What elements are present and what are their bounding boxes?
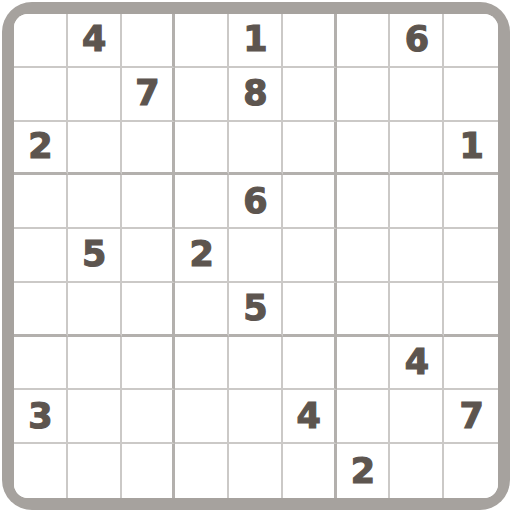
cell-r9c2-empty[interactable] xyxy=(68,444,122,498)
cell-r2c7-empty[interactable] xyxy=(337,68,391,122)
cell-r7c9-empty[interactable] xyxy=(444,337,498,391)
cell-r7c4-empty[interactable] xyxy=(175,337,229,391)
cell-r6c7-empty[interactable] xyxy=(337,283,391,337)
cell-r8c7-empty[interactable] xyxy=(337,390,391,444)
cell-r2c8-empty[interactable] xyxy=(390,68,444,122)
cell-r8c6-given-4: 4 xyxy=(283,390,337,444)
cell-r2c1-empty[interactable] xyxy=(14,68,68,122)
cell-r1c9-empty[interactable] xyxy=(444,14,498,68)
cell-r3c2-empty[interactable] xyxy=(68,122,122,176)
cell-r1c7-empty[interactable] xyxy=(337,14,391,68)
cell-r4c4-empty[interactable] xyxy=(175,175,229,229)
cell-r9c4-empty[interactable] xyxy=(175,444,229,498)
cell-r4c5-given-6: 6 xyxy=(229,175,283,229)
cell-r5c4-given-2: 2 xyxy=(175,229,229,283)
cell-r8c8-empty[interactable] xyxy=(390,390,444,444)
cell-r4c3-empty[interactable] xyxy=(122,175,176,229)
cell-r1c5-given-1: 1 xyxy=(229,14,283,68)
cell-r6c2-empty[interactable] xyxy=(68,283,122,337)
cell-r8c9-given-7: 7 xyxy=(444,390,498,444)
cell-r1c2-given-4: 4 xyxy=(68,14,122,68)
cell-r3c5-empty[interactable] xyxy=(229,122,283,176)
cell-r1c6-empty[interactable] xyxy=(283,14,337,68)
cell-r7c2-empty[interactable] xyxy=(68,337,122,391)
sudoku-grid: 4167821652543472 xyxy=(14,14,498,498)
cell-r7c8-given-4: 4 xyxy=(390,337,444,391)
cell-r1c1-empty[interactable] xyxy=(14,14,68,68)
cell-r6c4-empty[interactable] xyxy=(175,283,229,337)
cell-r3c7-empty[interactable] xyxy=(337,122,391,176)
cell-r6c9-empty[interactable] xyxy=(444,283,498,337)
cell-r2c9-empty[interactable] xyxy=(444,68,498,122)
cell-r8c4-empty[interactable] xyxy=(175,390,229,444)
cell-r4c7-empty[interactable] xyxy=(337,175,391,229)
cell-r4c6-empty[interactable] xyxy=(283,175,337,229)
cell-r6c5-given-5: 5 xyxy=(229,283,283,337)
cell-r4c1-empty[interactable] xyxy=(14,175,68,229)
cell-r2c5-given-8: 8 xyxy=(229,68,283,122)
cell-r6c3-empty[interactable] xyxy=(122,283,176,337)
cell-r3c8-empty[interactable] xyxy=(390,122,444,176)
cell-r8c2-empty[interactable] xyxy=(68,390,122,444)
cell-r3c4-empty[interactable] xyxy=(175,122,229,176)
cell-r5c7-empty[interactable] xyxy=(337,229,391,283)
cell-r8c5-empty[interactable] xyxy=(229,390,283,444)
cell-r7c5-empty[interactable] xyxy=(229,337,283,391)
cell-r7c6-empty[interactable] xyxy=(283,337,337,391)
cell-r9c7-given-2: 2 xyxy=(337,444,391,498)
cell-r3c6-empty[interactable] xyxy=(283,122,337,176)
cell-r7c1-empty[interactable] xyxy=(14,337,68,391)
cell-r9c1-empty[interactable] xyxy=(14,444,68,498)
cell-r5c8-empty[interactable] xyxy=(390,229,444,283)
cell-r5c2-given-5: 5 xyxy=(68,229,122,283)
cell-r9c3-empty[interactable] xyxy=(122,444,176,498)
cell-r6c8-empty[interactable] xyxy=(390,283,444,337)
cell-r3c3-empty[interactable] xyxy=(122,122,176,176)
cell-r8c3-empty[interactable] xyxy=(122,390,176,444)
cell-r9c9-empty[interactable] xyxy=(444,444,498,498)
cell-r1c3-empty[interactable] xyxy=(122,14,176,68)
cell-r5c9-empty[interactable] xyxy=(444,229,498,283)
sudoku-board: 4167821652543472 xyxy=(0,0,512,512)
cell-r1c8-given-6: 6 xyxy=(390,14,444,68)
cell-r4c2-empty[interactable] xyxy=(68,175,122,229)
cell-r2c4-empty[interactable] xyxy=(175,68,229,122)
cell-r5c1-empty[interactable] xyxy=(14,229,68,283)
cell-r4c8-empty[interactable] xyxy=(390,175,444,229)
cell-r4c9-empty[interactable] xyxy=(444,175,498,229)
cell-r3c1-given-2: 2 xyxy=(14,122,68,176)
board-frame: 4167821652543472 xyxy=(2,2,510,510)
cell-r5c6-empty[interactable] xyxy=(283,229,337,283)
cell-r1c4-empty[interactable] xyxy=(175,14,229,68)
cell-r7c7-empty[interactable] xyxy=(337,337,391,391)
cell-r5c3-empty[interactable] xyxy=(122,229,176,283)
cell-r8c1-given-3: 3 xyxy=(14,390,68,444)
cell-r2c2-empty[interactable] xyxy=(68,68,122,122)
cell-r9c8-empty[interactable] xyxy=(390,444,444,498)
cell-r5c5-empty[interactable] xyxy=(229,229,283,283)
cell-r7c3-empty[interactable] xyxy=(122,337,176,391)
cell-r9c5-empty[interactable] xyxy=(229,444,283,498)
cell-r6c6-empty[interactable] xyxy=(283,283,337,337)
cell-r2c6-empty[interactable] xyxy=(283,68,337,122)
cell-r3c9-given-1: 1 xyxy=(444,122,498,176)
cell-r2c3-given-7: 7 xyxy=(122,68,176,122)
cell-r9c6-empty[interactable] xyxy=(283,444,337,498)
cell-r6c1-empty[interactable] xyxy=(14,283,68,337)
